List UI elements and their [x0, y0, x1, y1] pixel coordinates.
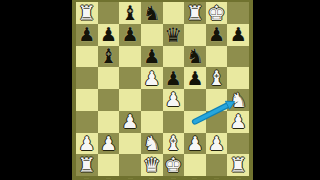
piece-white-bishop-e2: ♝ [164, 133, 182, 153]
square-a4[interactable] [76, 89, 98, 111]
piece-black-pawn-g7: ♟ [208, 25, 225, 44]
square-c2[interactable] [119, 133, 141, 155]
square-e8[interactable] [163, 2, 185, 24]
square-g6[interactable] [206, 46, 228, 68]
square-h7[interactable]: ♟ [227, 24, 249, 46]
square-h4[interactable]: ♞ [227, 89, 249, 111]
square-h2[interactable] [227, 133, 249, 155]
square-d5[interactable]: ♟ [141, 67, 163, 89]
square-d3[interactable] [141, 111, 163, 133]
square-f1[interactable] [184, 154, 206, 176]
square-d2[interactable]: ♞ [141, 133, 163, 155]
piece-white-pawn-d5: ♟ [143, 69, 160, 88]
square-h8[interactable] [227, 2, 249, 24]
square-b3[interactable] [98, 111, 120, 133]
piece-white-rook-f8: ♜ [186, 3, 204, 23]
piece-white-knight-h4: ♞ [229, 90, 247, 110]
piece-black-pawn-c7: ♟ [122, 25, 139, 44]
piece-white-pawn-a2: ♟ [78, 134, 95, 153]
piece-white-king-e1: ♚ [164, 155, 182, 175]
square-d4[interactable] [141, 89, 163, 111]
piece-black-pawn-h7: ♟ [230, 25, 247, 44]
square-h6[interactable] [227, 46, 249, 68]
square-d8[interactable]: ♞ [141, 2, 163, 24]
square-c4[interactable] [119, 89, 141, 111]
chess-board-frame: ♜♝♞♜♚♟♟♟♛♟♟♝♟♞♟♟♟♝♟♞♟♟♟♟♞♝♟♟♜♛♚♜ [72, 0, 253, 180]
square-f5[interactable]: ♟ [184, 67, 206, 89]
square-f6[interactable]: ♞ [184, 46, 206, 68]
square-b7[interactable]: ♟ [98, 24, 120, 46]
square-g2[interactable]: ♟ [206, 133, 228, 155]
piece-black-bishop-c8: ♝ [121, 3, 139, 23]
square-a1[interactable]: ♜ [76, 154, 98, 176]
square-c5[interactable] [119, 67, 141, 89]
square-b2[interactable]: ♟ [98, 133, 120, 155]
square-h5[interactable] [227, 67, 249, 89]
chess-board: ♜♝♞♜♚♟♟♟♛♟♟♝♟♞♟♟♟♝♟♞♟♟♟♟♞♝♟♟♜♛♚♜ [76, 2, 249, 176]
square-b8[interactable] [98, 2, 120, 24]
piece-black-knight-d8: ♞ [143, 3, 161, 23]
piece-black-pawn-d6: ♟ [143, 47, 160, 66]
square-f4[interactable] [184, 89, 206, 111]
piece-white-knight-d2: ♞ [143, 133, 161, 153]
piece-white-pawn-g2: ♟ [208, 134, 225, 153]
square-f2[interactable]: ♟ [184, 133, 206, 155]
square-g4[interactable] [206, 89, 228, 111]
square-c1[interactable] [119, 154, 141, 176]
square-a2[interactable]: ♟ [76, 133, 98, 155]
square-b6[interactable]: ♝ [98, 46, 120, 68]
square-f7[interactable] [184, 24, 206, 46]
piece-white-pawn-b2: ♟ [100, 134, 117, 153]
file-tick-marks [76, 176, 249, 180]
square-g7[interactable]: ♟ [206, 24, 228, 46]
piece-white-rook-h1: ♜ [229, 155, 247, 175]
square-d6[interactable]: ♟ [141, 46, 163, 68]
piece-white-pawn-e4: ♟ [165, 90, 182, 109]
square-d1[interactable]: ♛ [141, 154, 163, 176]
piece-white-bishop-g5: ♝ [208, 68, 226, 88]
square-d7[interactable] [141, 24, 163, 46]
square-b4[interactable] [98, 89, 120, 111]
square-g3[interactable] [206, 111, 228, 133]
square-g8[interactable]: ♚ [206, 2, 228, 24]
square-a6[interactable] [76, 46, 98, 68]
square-a8[interactable]: ♜ [76, 2, 98, 24]
piece-white-pawn-f2: ♟ [186, 134, 203, 153]
piece-white-pawn-h3: ♟ [230, 112, 247, 131]
chess-thumbnail[interactable]: ♜♝♞♜♚♟♟♟♛♟♟♝♟♞♟♟♟♝♟♞♟♟♟♟♞♝♟♟♜♛♚♜ [0, 0, 320, 180]
piece-white-king-g8: ♚ [208, 3, 226, 23]
piece-black-pawn-f5: ♟ [186, 69, 203, 88]
square-a7[interactable]: ♟ [76, 24, 98, 46]
piece-white-pawn-c3: ♟ [122, 112, 139, 131]
square-f3[interactable] [184, 111, 206, 133]
piece-black-bishop-b6: ♝ [99, 46, 117, 66]
square-c3[interactable]: ♟ [119, 111, 141, 133]
piece-white-rook-a1: ♜ [78, 155, 96, 175]
square-e7[interactable]: ♛ [163, 24, 185, 46]
piece-black-pawn-e5: ♟ [165, 69, 182, 88]
piece-white-rook-a8: ♜ [78, 3, 96, 23]
square-h3[interactable]: ♟ [227, 111, 249, 133]
square-c8[interactable]: ♝ [119, 2, 141, 24]
square-g5[interactable]: ♝ [206, 67, 228, 89]
left-black-bar [0, 0, 72, 180]
square-a5[interactable] [76, 67, 98, 89]
square-b5[interactable] [98, 67, 120, 89]
square-e2[interactable]: ♝ [163, 133, 185, 155]
square-e4[interactable]: ♟ [163, 89, 185, 111]
piece-black-pawn-b7: ♟ [100, 25, 117, 44]
piece-black-pawn-a7: ♟ [78, 25, 95, 44]
square-c7[interactable]: ♟ [119, 24, 141, 46]
right-black-bar [253, 0, 320, 180]
square-e1[interactable]: ♚ [163, 154, 185, 176]
piece-white-queen-d1: ♛ [143, 155, 161, 175]
square-b1[interactable] [98, 154, 120, 176]
square-e3[interactable] [163, 111, 185, 133]
piece-black-queen-e7: ♛ [164, 25, 182, 45]
square-f8[interactable]: ♜ [184, 2, 206, 24]
square-a3[interactable] [76, 111, 98, 133]
square-h1[interactable]: ♜ [227, 154, 249, 176]
piece-black-knight-f6: ♞ [186, 46, 204, 66]
square-e6[interactable] [163, 46, 185, 68]
square-e5[interactable]: ♟ [163, 67, 185, 89]
square-c6[interactable] [119, 46, 141, 68]
square-g1[interactable] [206, 154, 228, 176]
